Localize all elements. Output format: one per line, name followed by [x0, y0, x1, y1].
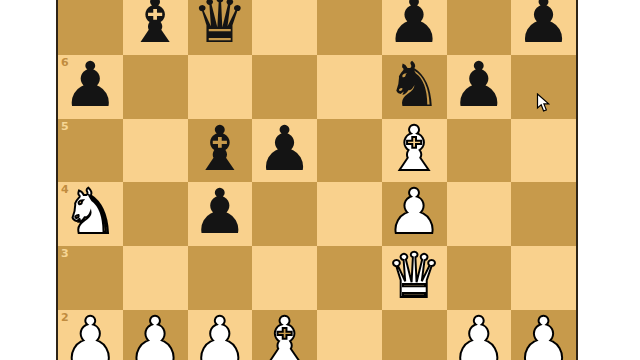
black-pawn-a6[interactable]: ♟ — [63, 54, 119, 116]
white-queen-f3[interactable]: ♛ — [386, 245, 442, 307]
square-d3[interactable] — [252, 246, 317, 310]
square-c4[interactable]: ♟ — [188, 182, 253, 246]
square-g7[interactable] — [447, 0, 512, 55]
square-c3[interactable] — [188, 246, 253, 310]
square-a6[interactable]: 6♟ — [58, 55, 123, 119]
square-d6[interactable] — [252, 55, 317, 119]
black-pawn-g6[interactable]: ♟ — [451, 54, 507, 116]
square-a4[interactable]: 4♞ — [58, 182, 123, 246]
square-f7[interactable]: ♟ — [382, 0, 447, 55]
square-d4[interactable] — [252, 182, 317, 246]
square-b7[interactable]: ♝ — [123, 0, 188, 55]
square-c5[interactable]: ♝ — [188, 119, 253, 183]
square-e2[interactable] — [317, 310, 382, 360]
black-queen-c7[interactable]: ♛ — [192, 0, 248, 52]
screenshot-stage: ♝♛♟♟6♟♞♟5♝♟♝4♞♟♟3♛2♟♟♟♝♟♟ — [0, 0, 640, 360]
black-pawn-c4[interactable]: ♟ — [192, 181, 248, 243]
square-h3[interactable] — [511, 246, 576, 310]
square-c2[interactable]: ♟ — [188, 310, 253, 360]
square-h6[interactable] — [511, 55, 576, 119]
black-pawn-d5[interactable]: ♟ — [257, 118, 313, 180]
square-e3[interactable] — [317, 246, 382, 310]
square-e4[interactable] — [317, 182, 382, 246]
square-g2[interactable]: ♟ — [447, 310, 512, 360]
square-h2[interactable]: ♟ — [511, 310, 576, 360]
square-h4[interactable] — [511, 182, 576, 246]
square-g5[interactable] — [447, 119, 512, 183]
white-pawn-a2[interactable]: ♟ — [63, 309, 119, 360]
square-d2[interactable]: ♝ — [252, 310, 317, 360]
square-f2[interactable] — [382, 310, 447, 360]
white-pawn-b2[interactable]: ♟ — [127, 309, 183, 360]
square-e7[interactable] — [317, 0, 382, 55]
white-bishop-f5[interactable]: ♝ — [386, 118, 442, 180]
rank-label-5: 5 — [61, 121, 69, 132]
black-bishop-c5[interactable]: ♝ — [192, 118, 248, 180]
white-pawn-g2[interactable]: ♟ — [451, 309, 507, 360]
white-pawn-c2[interactable]: ♟ — [192, 309, 248, 360]
square-a3[interactable]: 3 — [58, 246, 123, 310]
square-g6[interactable]: ♟ — [447, 55, 512, 119]
square-f5[interactable]: ♝ — [382, 119, 447, 183]
square-g4[interactable] — [447, 182, 512, 246]
square-h7[interactable]: ♟ — [511, 0, 576, 55]
white-pawn-f4[interactable]: ♟ — [386, 181, 442, 243]
black-pawn-f7[interactable]: ♟ — [386, 0, 442, 52]
white-bishop-d2[interactable]: ♝ — [257, 309, 313, 360]
square-d5[interactable]: ♟ — [252, 119, 317, 183]
square-b4[interactable] — [123, 182, 188, 246]
black-knight-f6[interactable]: ♞ — [386, 54, 442, 116]
square-e6[interactable] — [317, 55, 382, 119]
square-b2[interactable]: ♟ — [123, 310, 188, 360]
white-pawn-h2[interactable]: ♟ — [516, 309, 572, 360]
square-h5[interactable] — [511, 119, 576, 183]
square-d7[interactable] — [252, 0, 317, 55]
square-a2[interactable]: 2♟ — [58, 310, 123, 360]
square-c7[interactable]: ♛ — [188, 0, 253, 55]
square-c6[interactable] — [188, 55, 253, 119]
black-pawn-h7[interactable]: ♟ — [516, 0, 572, 52]
chess-board[interactable]: ♝♛♟♟6♟♞♟5♝♟♝4♞♟♟3♛2♟♟♟♝♟♟ — [56, 0, 578, 360]
white-knight-a4[interactable]: ♞ — [63, 181, 119, 243]
square-g3[interactable] — [447, 246, 512, 310]
rank-label-3: 3 — [61, 248, 69, 259]
square-a7[interactable] — [58, 0, 123, 55]
square-b6[interactable] — [123, 55, 188, 119]
square-f6[interactable]: ♞ — [382, 55, 447, 119]
square-b3[interactable] — [123, 246, 188, 310]
square-a5[interactable]: 5 — [58, 119, 123, 183]
square-f4[interactable]: ♟ — [382, 182, 447, 246]
square-f3[interactable]: ♛ — [382, 246, 447, 310]
square-e5[interactable] — [317, 119, 382, 183]
square-b5[interactable] — [123, 119, 188, 183]
black-bishop-b7[interactable]: ♝ — [127, 0, 183, 52]
